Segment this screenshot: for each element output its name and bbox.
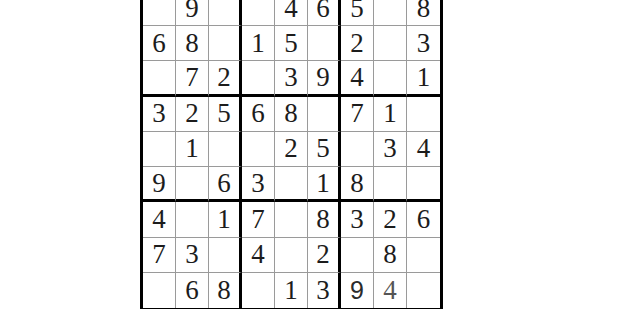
- cell-r5c8[interactable]: 3: [374, 132, 407, 167]
- digit: 4: [284, 0, 298, 22]
- cell-r1c2[interactable]: 9: [176, 0, 209, 26]
- digit: 4: [152, 206, 166, 233]
- cell-r2c2[interactable]: 8: [176, 26, 209, 61]
- cell-r3c2[interactable]: 7: [176, 61, 209, 96]
- cell-r6c2[interactable]: [176, 167, 209, 202]
- cell-r3c4[interactable]: [242, 61, 275, 96]
- digit: 8: [217, 277, 231, 304]
- digit: 1: [217, 206, 231, 233]
- digit: 8: [350, 170, 364, 197]
- cell-r3c1[interactable]: [143, 61, 176, 96]
- cell-r8c9[interactable]: [407, 238, 440, 273]
- cell-r9c1[interactable]: [143, 273, 176, 308]
- cell-r2c4[interactable]: 1: [242, 26, 275, 61]
- cell-r5c2[interactable]: 1: [176, 132, 209, 167]
- digit: 3: [316, 277, 330, 304]
- cell-r1c7[interactable]: 5: [341, 0, 374, 26]
- digit: 5: [316, 135, 330, 162]
- cell-r4c9[interactable]: [407, 97, 440, 132]
- digit: 2: [383, 206, 397, 233]
- cell-r9c7[interactable]: 9: [341, 273, 374, 308]
- digit: 2: [217, 64, 231, 91]
- digit: 9: [185, 0, 199, 22]
- cell-r1c9[interactable]: 8: [407, 0, 440, 26]
- cell-r3c7[interactable]: 4: [341, 61, 374, 96]
- cell-r8c4[interactable]: 4: [242, 238, 275, 273]
- digit: 6: [185, 277, 199, 304]
- cell-r5c5[interactable]: 2: [275, 132, 308, 167]
- cell-r3c9[interactable]: 1: [407, 61, 440, 96]
- digit: 3: [417, 30, 431, 57]
- cell-r1c8[interactable]: [374, 0, 407, 26]
- digit: 1: [383, 100, 397, 127]
- digit: 3: [350, 206, 364, 233]
- cell-r5c9[interactable]: 4: [407, 132, 440, 167]
- cell-r7c7[interactable]: 3: [341, 202, 374, 237]
- digit: 1: [185, 135, 199, 162]
- cell-r4c8[interactable]: 1: [374, 97, 407, 132]
- digit: 3: [383, 135, 397, 162]
- cell-r9c3[interactable]: 8: [209, 273, 242, 308]
- cell-r2c5[interactable]: 5: [275, 26, 308, 61]
- digit: 1: [251, 30, 265, 57]
- cell-r5c7[interactable]: [341, 132, 374, 167]
- cell-r6c1[interactable]: 9: [143, 167, 176, 202]
- digit: 2: [284, 135, 298, 162]
- digit: 2: [185, 100, 199, 127]
- digit: 4: [383, 277, 397, 304]
- cell-r8c5[interactable]: [275, 238, 308, 273]
- digit: 1: [417, 64, 431, 91]
- digit: 6: [152, 30, 166, 57]
- cell-r7c6[interactable]: 8: [308, 202, 341, 237]
- cell-r5c1[interactable]: [143, 132, 176, 167]
- cell-r3c6[interactable]: 9: [308, 61, 341, 96]
- cell-r9c6[interactable]: 3: [308, 273, 341, 308]
- cell-r1c4[interactable]: [242, 0, 275, 26]
- digit: 3: [284, 64, 298, 91]
- digit: 3: [152, 100, 166, 127]
- cell-r4c3[interactable]: 5: [209, 97, 242, 132]
- digit: 4: [417, 135, 431, 162]
- cell-r2c6[interactable]: [308, 26, 341, 61]
- digit: 9: [152, 170, 166, 197]
- cell-r1c5[interactable]: 4: [275, 0, 308, 26]
- cell-r1c1[interactable]: [143, 0, 176, 26]
- digit: 8: [316, 206, 330, 233]
- cell-r9c8[interactable]: 4: [374, 273, 407, 308]
- digit: 7: [251, 206, 265, 233]
- cell-r7c1[interactable]: 4: [143, 202, 176, 237]
- cell-r4c5[interactable]: 8: [275, 97, 308, 132]
- cell-r7c5[interactable]: [275, 202, 308, 237]
- cell-r7c9[interactable]: 6: [407, 202, 440, 237]
- cell-r2c7[interactable]: 2: [341, 26, 374, 61]
- cell-r6c6[interactable]: 1: [308, 167, 341, 202]
- cell-r9c4[interactable]: [242, 273, 275, 308]
- cell-r4c2[interactable]: 2: [176, 97, 209, 132]
- cell-r8c6[interactable]: 2: [308, 238, 341, 273]
- cell-r6c4[interactable]: 3: [242, 167, 275, 202]
- digit: 6: [417, 206, 431, 233]
- cell-r6c5[interactable]: [275, 167, 308, 202]
- cell-r8c1[interactable]: 7: [143, 238, 176, 273]
- digit: 2: [316, 241, 330, 268]
- cell-r9c2[interactable]: 6: [176, 273, 209, 308]
- cell-r6c7[interactable]: 8: [341, 167, 374, 202]
- cell-r7c8[interactable]: 2: [374, 202, 407, 237]
- digit: 7: [185, 64, 199, 91]
- cell-r5c4[interactable]: [242, 132, 275, 167]
- cell-r3c5[interactable]: 3: [275, 61, 308, 96]
- cell-r4c4[interactable]: 6: [242, 97, 275, 132]
- cell-r7c3[interactable]: 1: [209, 202, 242, 237]
- digit: 6: [316, 0, 330, 22]
- cell-r9c5[interactable]: 1: [275, 273, 308, 308]
- digit: 5: [284, 30, 298, 57]
- cell-r6c3[interactable]: 6: [209, 167, 242, 202]
- cell-r1c3[interactable]: [209, 0, 242, 26]
- digit: 3: [251, 170, 265, 197]
- digit: 1: [284, 277, 298, 304]
- digit: 5: [217, 100, 231, 127]
- digit: 4: [251, 241, 265, 268]
- digit: 3: [185, 241, 199, 268]
- cell-r8c8[interactable]: 8: [374, 238, 407, 273]
- digit: 8: [284, 100, 298, 127]
- cell-r4c1[interactable]: 3: [143, 97, 176, 132]
- sudoku-board: 9465868152372394132568711253496318417832…: [140, 0, 443, 309]
- digit: 8: [383, 241, 397, 268]
- digit: 6: [217, 170, 231, 197]
- cell-r6c9[interactable]: [407, 167, 440, 202]
- digit: 2: [350, 30, 364, 57]
- cell-r4c7[interactable]: 7: [341, 97, 374, 132]
- cell-r2c9[interactable]: 3: [407, 26, 440, 61]
- cell-r8c2[interactable]: 3: [176, 238, 209, 273]
- cell-r3c3[interactable]: 2: [209, 61, 242, 96]
- cell-r7c4[interactable]: 7: [242, 202, 275, 237]
- digit: 9: [316, 64, 330, 91]
- cell-r5c6[interactable]: 5: [308, 132, 341, 167]
- cell-r8c3[interactable]: [209, 238, 242, 273]
- digit: 9: [350, 278, 364, 303]
- digit: 4: [350, 64, 364, 91]
- cell-r6c8[interactable]: [374, 167, 407, 202]
- cell-r3c8[interactable]: [374, 61, 407, 96]
- digit: 5: [350, 0, 364, 22]
- cell-r5c3[interactable]: [209, 132, 242, 167]
- cell-r2c8[interactable]: [374, 26, 407, 61]
- cell-r9c9[interactable]: [407, 273, 440, 308]
- cell-r4c6[interactable]: [308, 97, 341, 132]
- digit: 6: [251, 100, 265, 127]
- cell-r8c7[interactable]: [341, 238, 374, 273]
- cell-r2c1[interactable]: 6: [143, 26, 176, 61]
- sudoku-screen: 9465868152372394132568711253496318417832…: [0, 0, 620, 309]
- digit: 7: [350, 100, 364, 127]
- cell-r2c3[interactable]: [209, 26, 242, 61]
- cell-r1c6[interactable]: 6: [308, 0, 341, 26]
- digit: 8: [417, 0, 431, 22]
- digit: 8: [185, 30, 199, 57]
- digit: 7: [152, 241, 166, 268]
- cell-r7c2[interactable]: [176, 202, 209, 237]
- digit: 1: [316, 170, 330, 197]
